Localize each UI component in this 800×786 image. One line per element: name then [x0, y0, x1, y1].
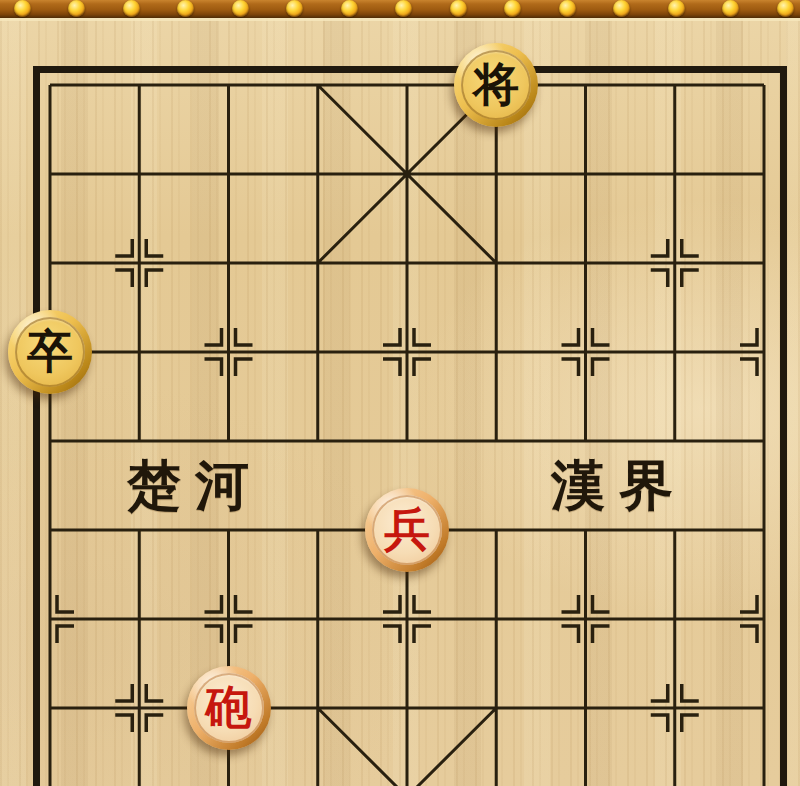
black-general-piece[interactable]: 将: [454, 43, 538, 127]
rivet-stud-icon: [177, 0, 194, 17]
top-bar-edge-highlight: [0, 18, 800, 21]
black-soldier-piece[interactable]: 卒: [8, 310, 92, 394]
red-soldier-face: 兵: [372, 495, 442, 565]
top-bar: [0, 0, 800, 18]
rivet-stud-icon: [450, 0, 467, 17]
red-cannon-piece[interactable]: 砲: [187, 666, 271, 750]
red-soldier-piece[interactable]: 兵: [365, 488, 449, 572]
board-grid[interactable]: [0, 0, 800, 786]
red-cannon-face: 砲: [194, 673, 264, 743]
river-label-left: 楚河: [127, 458, 263, 512]
rivet-stud-icon: [777, 0, 794, 17]
black-soldier-face: 卒: [15, 317, 85, 387]
rivet-stud-icon: [123, 0, 140, 17]
rivet-stud-icon: [504, 0, 521, 17]
black-general-face: 将: [461, 50, 531, 120]
rivet-stud-icon: [559, 0, 576, 17]
rivet-stud-icon: [68, 0, 85, 17]
rivet-stud-icon: [341, 0, 358, 17]
river-label-right: 漢界: [551, 458, 687, 512]
xiangqi-screen: 楚河 漢界 将卒兵砲: [0, 0, 800, 786]
rivet-stud-icon: [14, 0, 31, 17]
black-soldier-label: 卒: [27, 328, 73, 374]
rivet-stud-icon: [668, 0, 685, 17]
rivet-stud-icon: [722, 0, 739, 17]
red-cannon-label: 砲: [206, 684, 252, 730]
rivet-stud-icon: [395, 0, 412, 17]
red-soldier-label: 兵: [384, 506, 430, 552]
black-general-label: 将: [473, 61, 519, 107]
rivet-stud-icon: [232, 0, 249, 17]
rivet-stud-icon: [613, 0, 630, 17]
rivet-stud-icon: [286, 0, 303, 17]
